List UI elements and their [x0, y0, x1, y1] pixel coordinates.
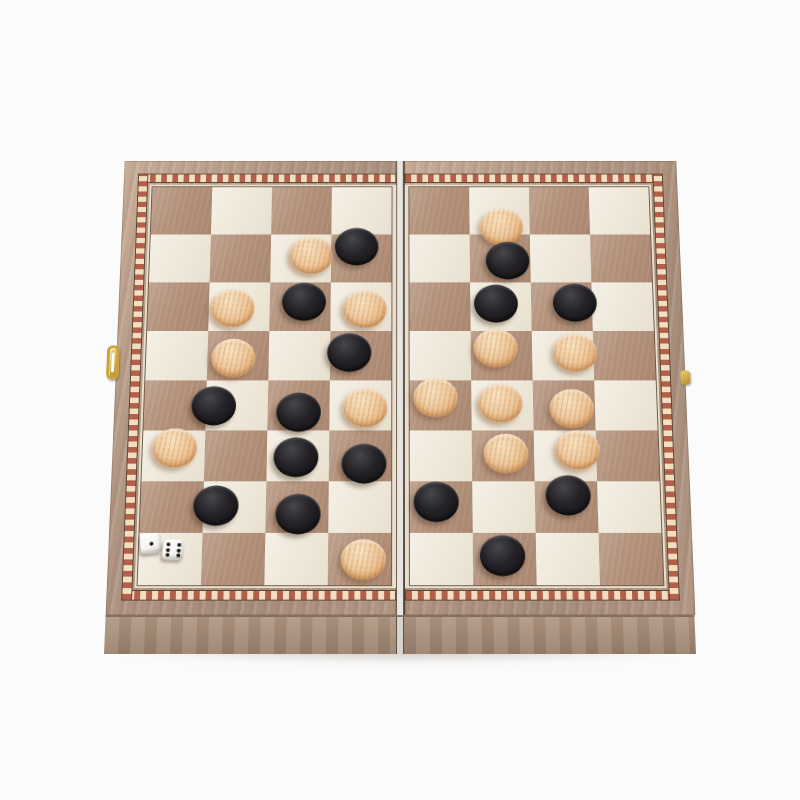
- inlay-border-bottom-left: [121, 590, 396, 601]
- square-r4c1[interactable]: [145, 331, 208, 380]
- product-photo-scene: [0, 0, 800, 800]
- wood-checker-r2c3[interactable]: [289, 236, 333, 273]
- die-pip: [177, 548, 181, 552]
- wood-checker-r5c5[interactable]: [413, 378, 458, 417]
- die-1-showing-1[interactable]: [140, 533, 162, 555]
- brass-clasp-loop: [106, 345, 120, 379]
- die-pip: [177, 542, 181, 546]
- play-area-left: [138, 187, 392, 585]
- inlay-border-top-left: [138, 174, 397, 183]
- wood-checker-r5c4[interactable]: [343, 388, 388, 427]
- square-r6c5[interactable]: [410, 430, 473, 481]
- board-right-half: [404, 161, 696, 615]
- square-r7c4[interactable]: [328, 481, 391, 533]
- square-r2c7[interactable]: [530, 234, 592, 282]
- wood-checker-r6c6[interactable]: [483, 433, 528, 473]
- square-r4c8[interactable]: [593, 331, 656, 380]
- wood-checker-r8c4[interactable]: [341, 539, 387, 580]
- folding-checkers-board: [104, 161, 696, 654]
- board-left-half: [106, 161, 398, 615]
- wood-checker-r4c6[interactable]: [473, 329, 518, 367]
- square-r8c8[interactable]: [599, 533, 664, 585]
- wood-checker-r4c7[interactable]: [553, 333, 598, 372]
- square-r2c5[interactable]: [409, 234, 470, 282]
- square-r7c8[interactable]: [597, 481, 661, 533]
- square-r3c5[interactable]: [409, 282, 470, 331]
- black-checker-r4c4[interactable]: [327, 333, 371, 372]
- square-r6c2[interactable]: [204, 430, 267, 481]
- brass-clasp-icon: [103, 342, 126, 385]
- black-checker-r2c6[interactable]: [485, 242, 529, 279]
- die-pip: [176, 553, 180, 557]
- black-checker-r7c3[interactable]: [275, 494, 321, 534]
- square-r8c7[interactable]: [536, 533, 600, 585]
- die-pip: [165, 553, 169, 557]
- die-pip: [165, 547, 169, 551]
- inlay-border-bottom-right: [405, 590, 680, 601]
- die-2-showing-6[interactable]: [162, 539, 184, 560]
- square-r2c8[interactable]: [590, 234, 652, 282]
- box-front-edge: [104, 615, 696, 654]
- square-r5c8[interactable]: [594, 380, 657, 430]
- black-checker-r5c3[interactable]: [276, 392, 321, 431]
- black-checker-r2c4[interactable]: [335, 228, 379, 265]
- wood-checker-r6c7[interactable]: [555, 430, 601, 470]
- wood-checker-r5c7[interactable]: [549, 389, 594, 428]
- square-r7c6[interactable]: [472, 481, 535, 533]
- square-r8c2[interactable]: [201, 533, 265, 585]
- square-r3c8[interactable]: [591, 282, 653, 331]
- die-pip: [166, 542, 170, 546]
- square-r1c2[interactable]: [211, 187, 272, 234]
- black-checker-r8c6[interactable]: [480, 535, 526, 576]
- wood-checker-r5c6[interactable]: [478, 384, 523, 423]
- black-checker-r7c7[interactable]: [545, 476, 591, 516]
- inlay-border-top-right: [405, 174, 664, 183]
- square-r4c5[interactable]: [410, 331, 472, 380]
- square-r1c8[interactable]: [589, 187, 651, 234]
- play-area-right: [409, 187, 663, 585]
- square-r1c5[interactable]: [409, 187, 469, 234]
- square-r6c8[interactable]: [596, 430, 660, 481]
- square-r1c1[interactable]: [151, 187, 213, 234]
- square-r3c1[interactable]: [147, 282, 209, 331]
- square-r1c7[interactable]: [529, 187, 590, 234]
- square-r8c5[interactable]: [410, 533, 473, 585]
- square-r4c3[interactable]: [268, 331, 330, 380]
- black-checker-r3c7[interactable]: [553, 284, 598, 322]
- wood-checker-r1c6[interactable]: [480, 208, 524, 245]
- black-checker-r3c6[interactable]: [474, 284, 518, 322]
- brass-hinge-pin-icon: [680, 370, 690, 384]
- black-checker-r3c3[interactable]: [282, 283, 326, 321]
- black-checker-r6c4[interactable]: [341, 444, 386, 484]
- die-pip: [148, 541, 152, 545]
- box-front-fold-seam: [396, 617, 404, 654]
- square-r2c1[interactable]: [149, 234, 211, 282]
- black-checker-r7c5[interactable]: [414, 482, 459, 522]
- square-r1c3[interactable]: [271, 187, 332, 234]
- square-r8c3[interactable]: [264, 533, 328, 585]
- square-r2c2[interactable]: [210, 234, 272, 282]
- wood-checker-r3c4[interactable]: [343, 290, 387, 328]
